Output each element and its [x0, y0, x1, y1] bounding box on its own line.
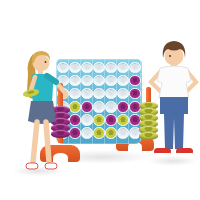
board-cell-r3c7[interactable]: [129, 87, 141, 100]
empty-slot: [93, 88, 104, 99]
board-cell-r5c6[interactable]: [117, 113, 129, 126]
magenta-disc: [105, 114, 116, 125]
girl-skirt: [28, 101, 56, 124]
yellow-disc: [93, 127, 104, 138]
board-cell-r5c3[interactable]: [81, 113, 93, 126]
board-cell-r6c3[interactable]: [81, 126, 93, 139]
board-cell-r4c4[interactable]: [93, 100, 105, 113]
empty-slot: [81, 62, 92, 73]
board-cell-r3c5[interactable]: [105, 87, 117, 100]
yellow-disc: [117, 114, 128, 125]
girl-shoes: [26, 163, 57, 169]
board-cell-r1c6[interactable]: [117, 61, 129, 74]
board-cell-r2c4[interactable]: [93, 74, 105, 87]
girl-right-leg: [46, 122, 49, 162]
board-cell-r3c4[interactable]: [93, 87, 105, 100]
empty-slot: [81, 88, 92, 99]
empty-slot: [81, 75, 92, 86]
empty-slot: [117, 88, 128, 99]
board-cell-r2c5[interactable]: [105, 74, 117, 87]
board-cell-r5c4[interactable]: [93, 113, 105, 126]
board-cell-r1c3[interactable]: [81, 61, 93, 74]
empty-slot: [93, 62, 104, 73]
board-cell-r6c6[interactable]: [117, 126, 129, 139]
magenta-disc: [117, 101, 128, 112]
board-cell-r6c4[interactable]: [93, 126, 105, 139]
board-cell-r1c4[interactable]: [93, 61, 105, 74]
board-cell-r1c7[interactable]: [129, 61, 141, 74]
board-cell-r3c3[interactable]: [81, 87, 93, 100]
boy-player: [146, 36, 200, 166]
empty-slot: [117, 75, 128, 86]
boy-jeans: [160, 97, 188, 149]
girl-eye: [45, 61, 47, 63]
yellow-disc: [105, 127, 116, 138]
board-cell-r5c5[interactable]: [105, 113, 117, 126]
board-cell-r4c6[interactable]: [117, 100, 129, 113]
board-cell-r1c5[interactable]: [105, 61, 117, 74]
boy-shoes: [154, 148, 193, 155]
board-cell-r4c5[interactable]: [105, 100, 117, 113]
scene-giant-connect-four: [0, 0, 200, 200]
empty-slot: [105, 88, 116, 99]
empty-slot: [93, 75, 104, 86]
magenta-disc: [129, 88, 140, 99]
empty-slot: [105, 75, 116, 86]
empty-slot: [105, 62, 116, 73]
empty-slot: [117, 62, 128, 73]
board-cell-r2c6[interactable]: [117, 74, 129, 87]
boy-eye: [169, 55, 171, 57]
board-cell-r6c5[interactable]: [105, 126, 117, 139]
board-cell-r4c3[interactable]: [81, 100, 93, 113]
magenta-disc: [129, 75, 140, 86]
board-cell-r2c3[interactable]: [81, 74, 93, 87]
girl-right-hand: [63, 93, 68, 98]
board-cell-r2c7[interactable]: [129, 74, 141, 87]
empty-slot: [93, 101, 104, 112]
boy-shirt: [157, 66, 191, 100]
yellow-disc: [93, 114, 104, 125]
board-cell-r3c6[interactable]: [117, 87, 129, 100]
empty-slot: [81, 127, 92, 138]
girl-player: [0, 46, 72, 178]
empty-slot: [129, 62, 140, 73]
empty-slot: [105, 101, 116, 112]
magenta-disc: [81, 101, 92, 112]
empty-slot: [81, 114, 92, 125]
empty-slot: [117, 127, 128, 138]
girl-left-leg: [33, 122, 37, 162]
